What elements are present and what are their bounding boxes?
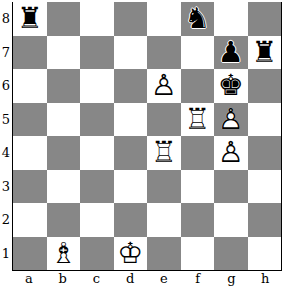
white-bishop-fill: ♝ xyxy=(47,237,81,271)
file-label-f: f xyxy=(181,271,215,286)
square-a6[interactable] xyxy=(13,69,47,103)
square-e4[interactable]: ♜♖ xyxy=(147,136,181,170)
square-c8[interactable] xyxy=(80,2,114,36)
square-b3[interactable] xyxy=(47,170,81,204)
square-a2[interactable] xyxy=(13,203,47,237)
square-c5[interactable] xyxy=(80,103,114,137)
square-b1[interactable]: ♝♗ xyxy=(47,237,81,271)
square-c2[interactable] xyxy=(80,203,114,237)
white-rook-fill: ♜ xyxy=(147,136,181,170)
black-pawn: ♟ xyxy=(214,36,248,70)
square-e6[interactable]: ♟♙ xyxy=(147,69,181,103)
square-f6[interactable] xyxy=(181,69,215,103)
square-e2[interactable] xyxy=(147,203,181,237)
rank-label-8: 8 xyxy=(0,2,12,36)
square-g8[interactable] xyxy=(214,2,248,36)
square-e8[interactable] xyxy=(147,2,181,36)
white-pawn-fill: ♟ xyxy=(214,103,248,137)
square-h6[interactable] xyxy=(248,69,282,103)
file-label-c: c xyxy=(80,271,114,286)
white-pawn-fill: ♟ xyxy=(214,136,248,170)
white-rook: ♖ xyxy=(181,103,215,137)
square-a1[interactable] xyxy=(13,237,47,271)
rank-label-6: 6 xyxy=(0,69,12,103)
white-pawn: ♙ xyxy=(214,136,248,170)
rank-labels: 87654321 xyxy=(0,2,12,270)
square-f8[interactable]: ♞ xyxy=(181,2,215,36)
square-b7[interactable] xyxy=(47,36,81,70)
white-rook-fill: ♜ xyxy=(181,103,215,137)
square-a4[interactable] xyxy=(13,136,47,170)
square-c3[interactable] xyxy=(80,170,114,204)
square-d6[interactable] xyxy=(114,69,148,103)
square-h8[interactable] xyxy=(248,2,282,36)
square-f7[interactable] xyxy=(181,36,215,70)
rank-label-3: 3 xyxy=(0,170,12,204)
chess-board: ♜♞♟♜♟♙♚♜♖♟♙♜♖♟♙♝♗♚♔ xyxy=(12,2,282,271)
file-labels: abcdefgh xyxy=(12,271,282,286)
rank-label-7: 7 xyxy=(0,36,12,70)
file-label-b: b xyxy=(46,271,80,286)
rank-label-2: 2 xyxy=(0,203,12,237)
square-d8[interactable] xyxy=(114,2,148,36)
square-d3[interactable] xyxy=(114,170,148,204)
square-a8[interactable]: ♜ xyxy=(13,2,47,36)
square-h3[interactable] xyxy=(248,170,282,204)
square-b5[interactable] xyxy=(47,103,81,137)
square-h7[interactable]: ♜ xyxy=(248,36,282,70)
square-f3[interactable] xyxy=(181,170,215,204)
white-king: ♔ xyxy=(114,237,148,271)
file-label-h: h xyxy=(248,271,282,286)
square-e1[interactable] xyxy=(147,237,181,271)
square-d2[interactable] xyxy=(114,203,148,237)
square-g5[interactable]: ♟♙ xyxy=(214,103,248,137)
square-h2[interactable] xyxy=(248,203,282,237)
square-h5[interactable] xyxy=(248,103,282,137)
file-label-e: e xyxy=(147,271,181,286)
square-b2[interactable] xyxy=(47,203,81,237)
rank-label-1: 1 xyxy=(0,237,12,271)
white-pawn: ♙ xyxy=(147,69,181,103)
white-pawn-fill: ♟ xyxy=(147,69,181,103)
square-e3[interactable] xyxy=(147,170,181,204)
square-f4[interactable] xyxy=(181,136,215,170)
square-d5[interactable] xyxy=(114,103,148,137)
black-knight: ♞ xyxy=(181,2,215,36)
square-g4[interactable]: ♟♙ xyxy=(214,136,248,170)
square-f5[interactable]: ♜♖ xyxy=(181,103,215,137)
square-c7[interactable] xyxy=(80,36,114,70)
chess-diagram: 87654321 ♜♞♟♜♟♙♚♜♖♟♙♜♖♟♙♝♗♚♔ abcdefgh xyxy=(0,0,284,286)
square-g1[interactable] xyxy=(214,237,248,271)
square-a3[interactable] xyxy=(13,170,47,204)
square-g7[interactable]: ♟ xyxy=(214,36,248,70)
square-c6[interactable] xyxy=(80,69,114,103)
square-g3[interactable] xyxy=(214,170,248,204)
square-b4[interactable] xyxy=(47,136,81,170)
file-label-d: d xyxy=(113,271,147,286)
square-g2[interactable] xyxy=(214,203,248,237)
white-bishop: ♗ xyxy=(47,237,81,271)
square-a5[interactable] xyxy=(13,103,47,137)
square-e5[interactable] xyxy=(147,103,181,137)
square-d7[interactable] xyxy=(114,36,148,70)
square-f2[interactable] xyxy=(181,203,215,237)
rank-label-5: 5 xyxy=(0,103,12,137)
black-rook: ♜ xyxy=(13,2,47,36)
square-a7[interactable] xyxy=(13,36,47,70)
square-d1[interactable]: ♚♔ xyxy=(114,237,148,271)
square-d4[interactable] xyxy=(114,136,148,170)
file-label-a: a xyxy=(12,271,46,286)
square-c1[interactable] xyxy=(80,237,114,271)
white-king-fill: ♚ xyxy=(114,237,148,271)
square-b8[interactable] xyxy=(47,2,81,36)
file-label-g: g xyxy=(215,271,249,286)
square-h1[interactable] xyxy=(248,237,282,271)
white-rook: ♖ xyxy=(147,136,181,170)
rank-label-4: 4 xyxy=(0,136,12,170)
square-e7[interactable] xyxy=(147,36,181,70)
square-h4[interactable] xyxy=(248,136,282,170)
black-king: ♚ xyxy=(214,69,248,103)
square-c4[interactable] xyxy=(80,136,114,170)
white-pawn: ♙ xyxy=(214,103,248,137)
square-f1[interactable] xyxy=(181,237,215,271)
black-rook: ♜ xyxy=(248,36,282,70)
square-g6[interactable]: ♚ xyxy=(214,69,248,103)
square-b6[interactable] xyxy=(47,69,81,103)
